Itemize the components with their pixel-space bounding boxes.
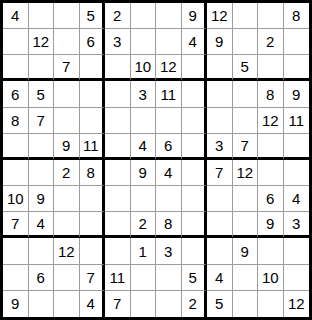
cell-r11c6[interactable]: [131, 265, 157, 291]
cell-r1c11[interactable]: [258, 3, 284, 29]
cell-r11c12[interactable]: [284, 265, 310, 291]
cell-r8c10[interactable]: [233, 186, 259, 212]
cell-r6c1[interactable]: [3, 134, 29, 160]
cell-r8c1[interactable]: 10: [3, 186, 29, 212]
cell-r7c9[interactable]: 7: [207, 160, 233, 186]
cell-r12c12[interactable]: 12: [284, 291, 310, 317]
cell-r6c11[interactable]: [258, 134, 284, 160]
cell-r2c6[interactable]: [131, 29, 157, 55]
cell-r1c1[interactable]: 4: [3, 3, 29, 29]
cell-r6c8[interactable]: [182, 134, 208, 160]
cell-r8c3[interactable]: [54, 186, 80, 212]
cell-r7c12[interactable]: [284, 160, 310, 186]
cell-r5c12[interactable]: 11: [284, 108, 310, 134]
sudoku-board: 4529128126349271012565311898712119114637…: [0, 0, 312, 320]
cell-r11c3[interactable]: [54, 265, 80, 291]
cell-r11c7[interactable]: [156, 265, 182, 291]
cell-r11c2[interactable]: 6: [29, 265, 55, 291]
cell-r1c7[interactable]: [156, 3, 182, 29]
cell-r6c9[interactable]: 3: [207, 134, 233, 160]
cell-r3c6[interactable]: 10: [131, 55, 157, 81]
cell-r8c9[interactable]: [207, 186, 233, 212]
cell-r5c5[interactable]: [105, 108, 131, 134]
cell-r10c8[interactable]: [182, 238, 208, 264]
cell-r12c6[interactable]: [131, 291, 157, 317]
cell-r9c1[interactable]: 7: [3, 212, 29, 238]
cell-r2c3[interactable]: [54, 29, 80, 55]
cell-r5c10[interactable]: [233, 108, 259, 134]
cell-r9c8[interactable]: [182, 212, 208, 238]
cell-r10c1[interactable]: [3, 238, 29, 264]
cell-r12c10[interactable]: [233, 291, 259, 317]
cell-r3c3[interactable]: 7: [54, 55, 80, 81]
cell-r8c11[interactable]: 6: [258, 186, 284, 212]
cell-r12c11[interactable]: [258, 291, 284, 317]
cell-r8c7[interactable]: [156, 186, 182, 212]
cell-r10c11[interactable]: [258, 238, 284, 264]
cell-r9c11[interactable]: 9: [258, 212, 284, 238]
cell-r3c10[interactable]: 5: [233, 55, 259, 81]
cell-r5c9[interactable]: [207, 108, 233, 134]
cell-r2c2[interactable]: 12: [29, 29, 55, 55]
cell-r5c3[interactable]: [54, 108, 80, 134]
cell-r9c5[interactable]: [105, 212, 131, 238]
cell-r4c2[interactable]: 5: [29, 81, 55, 107]
cell-r9c9[interactable]: [207, 212, 233, 238]
cell-r5c11[interactable]: 12: [258, 108, 284, 134]
cell-r4c3[interactable]: [54, 81, 80, 107]
cell-r9c10[interactable]: [233, 212, 259, 238]
cell-r7c4[interactable]: 8: [80, 160, 106, 186]
cell-r5c4[interactable]: [80, 108, 106, 134]
cell-r1c8[interactable]: 9: [182, 3, 208, 29]
cell-r3c11[interactable]: [258, 55, 284, 81]
cell-r4c11[interactable]: 8: [258, 81, 284, 107]
cell-r1c6[interactable]: [131, 3, 157, 29]
cell-r11c8[interactable]: 5: [182, 265, 208, 291]
cell-r5c1[interactable]: 8: [3, 108, 29, 134]
cell-r6c4[interactable]: 11: [80, 134, 106, 160]
cell-r7c11[interactable]: [258, 160, 284, 186]
cell-r3c4[interactable]: [80, 55, 106, 81]
cell-r3c9[interactable]: [207, 55, 233, 81]
cell-r8c5[interactable]: [105, 186, 131, 212]
cell-r9c3[interactable]: [54, 212, 80, 238]
cell-r4c10[interactable]: [233, 81, 259, 107]
cell-r5c7[interactable]: [156, 108, 182, 134]
cell-r10c5[interactable]: [105, 238, 131, 264]
cell-r9c2[interactable]: 4: [29, 212, 55, 238]
cell-r10c2[interactable]: [29, 238, 55, 264]
cell-r10c6[interactable]: 1: [131, 238, 157, 264]
cell-r4c5[interactable]: [105, 81, 131, 107]
cell-r7c6[interactable]: 9: [131, 160, 157, 186]
cell-r1c9[interactable]: 12: [207, 3, 233, 29]
cell-r1c12[interactable]: 8: [284, 3, 310, 29]
cell-r5c6[interactable]: [131, 108, 157, 134]
cell-r5c8[interactable]: [182, 108, 208, 134]
cell-r6c12[interactable]: [284, 134, 310, 160]
cell-r7c2[interactable]: [29, 160, 55, 186]
cell-r10c3[interactable]: 12: [54, 238, 80, 264]
cell-r9c6[interactable]: 2: [131, 212, 157, 238]
cell-r12c3[interactable]: [54, 291, 80, 317]
cell-r7c5[interactable]: [105, 160, 131, 186]
cell-r3c2[interactable]: [29, 55, 55, 81]
cell-r1c10[interactable]: [233, 3, 259, 29]
cell-r8c2[interactable]: 9: [29, 186, 55, 212]
cell-r7c10[interactable]: 12: [233, 160, 259, 186]
cell-r9c7[interactable]: 8: [156, 212, 182, 238]
cell-r9c12[interactable]: 3: [284, 212, 310, 238]
cell-r7c8[interactable]: [182, 160, 208, 186]
cell-r10c10[interactable]: 9: [233, 238, 259, 264]
cell-r11c5[interactable]: 11: [105, 265, 131, 291]
cell-r2c9[interactable]: 9: [207, 29, 233, 55]
cell-r2c7[interactable]: [156, 29, 182, 55]
cell-r12c8[interactable]: 2: [182, 291, 208, 317]
cell-r11c1[interactable]: [3, 265, 29, 291]
cell-r11c11[interactable]: 10: [258, 265, 284, 291]
cell-r3c5[interactable]: [105, 55, 131, 81]
cell-r11c4[interactable]: 7: [80, 265, 106, 291]
cell-r4c4[interactable]: [80, 81, 106, 107]
cell-r1c3[interactable]: [54, 3, 80, 29]
cell-r3c1[interactable]: [3, 55, 29, 81]
cell-r2c10[interactable]: [233, 29, 259, 55]
cell-r8c6[interactable]: [131, 186, 157, 212]
cell-r2c11[interactable]: 2: [258, 29, 284, 55]
cell-r3c8[interactable]: [182, 55, 208, 81]
cell-r2c4[interactable]: 6: [80, 29, 106, 55]
cell-r4c8[interactable]: [182, 81, 208, 107]
cell-r11c10[interactable]: [233, 265, 259, 291]
cell-r12c1[interactable]: 9: [3, 291, 29, 317]
cell-r4c7[interactable]: 11: [156, 81, 182, 107]
cell-r6c2[interactable]: [29, 134, 55, 160]
cell-r2c5[interactable]: 3: [105, 29, 131, 55]
cell-r7c1[interactable]: [3, 160, 29, 186]
cell-r8c12[interactable]: 4: [284, 186, 310, 212]
cell-r12c4[interactable]: 4: [80, 291, 106, 317]
cell-r6c5[interactable]: [105, 134, 131, 160]
cell-r10c7[interactable]: 3: [156, 238, 182, 264]
cell-r4c9[interactable]: [207, 81, 233, 107]
cell-r12c5[interactable]: 7: [105, 291, 131, 317]
cell-r1c2[interactable]: [29, 3, 55, 29]
cell-r10c9[interactable]: [207, 238, 233, 264]
cell-r10c12[interactable]: [284, 238, 310, 264]
cell-r5c2[interactable]: 7: [29, 108, 55, 134]
cell-r7c7[interactable]: 4: [156, 160, 182, 186]
cell-r4c12[interactable]: 9: [284, 81, 310, 107]
cell-r8c8[interactable]: [182, 186, 208, 212]
cell-r7c3[interactable]: 2: [54, 160, 80, 186]
cell-r12c7[interactable]: [156, 291, 182, 317]
cell-r2c1[interactable]: [3, 29, 29, 55]
cell-r2c8[interactable]: 4: [182, 29, 208, 55]
cell-r1c5[interactable]: 2: [105, 3, 131, 29]
cell-r12c9[interactable]: 5: [207, 291, 233, 317]
cell-r10c4[interactable]: [80, 238, 106, 264]
cell-r6c10[interactable]: 7: [233, 134, 259, 160]
cell-r11c9[interactable]: 4: [207, 265, 233, 291]
cell-r4c6[interactable]: 3: [131, 81, 157, 107]
cell-r3c7[interactable]: 12: [156, 55, 182, 81]
cell-r6c3[interactable]: 9: [54, 134, 80, 160]
cell-r4c1[interactable]: 6: [3, 81, 29, 107]
cell-r6c7[interactable]: 6: [156, 134, 182, 160]
cell-r1c4[interactable]: 5: [80, 3, 106, 29]
cell-r9c4[interactable]: [80, 212, 106, 238]
cell-r2c12[interactable]: [284, 29, 310, 55]
cell-r8c4[interactable]: [80, 186, 106, 212]
cell-r3c12[interactable]: [284, 55, 310, 81]
cell-r6c6[interactable]: 4: [131, 134, 157, 160]
cell-r12c2[interactable]: [29, 291, 55, 317]
